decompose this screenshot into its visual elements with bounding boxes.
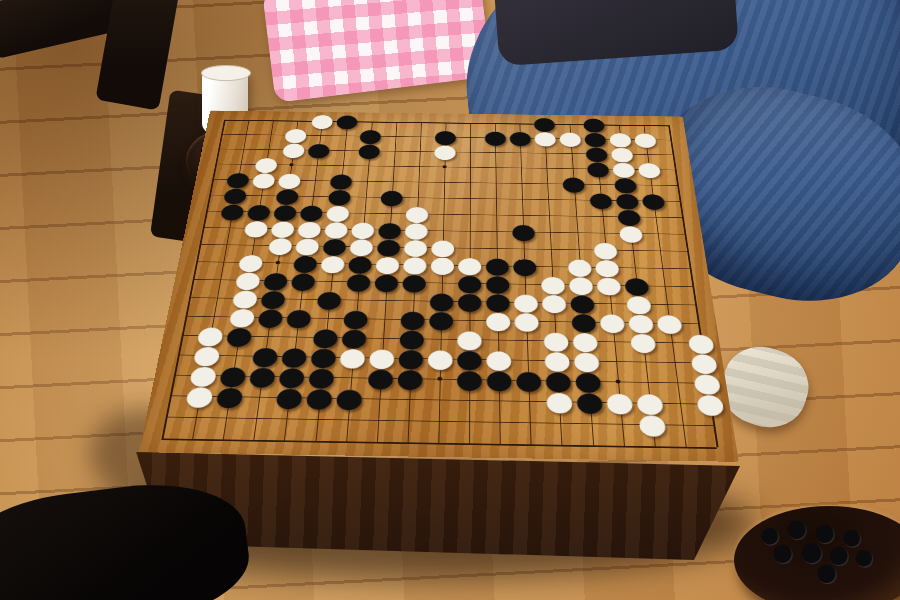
white-stone[interactable]: ● [433,141,457,160]
white-stone[interactable]: ● [694,389,727,416]
black-stone[interactable]: ● [289,268,318,291]
black-stone[interactable]: ● [561,173,587,193]
black-stone[interactable]: ● [379,186,405,206]
black-stone[interactable]: ● [218,200,247,221]
hoshi-star-point [276,261,281,264]
bowl-black-stone: ● [854,546,873,568]
hoshi-star-point [615,380,620,384]
black-stone[interactable]: ● [345,269,373,292]
black-stone[interactable]: ● [306,140,332,159]
photo-scene: ●●●●●● ●●●●●●●●●●●●●●●●●●●●●●●●●●●●●●●●●… [0,0,900,600]
black-stone[interactable]: ● [284,305,314,329]
black-stone[interactable]: ● [274,383,306,410]
black-stone[interactable]: ● [357,140,383,159]
white-stone[interactable]: ● [558,128,583,147]
hoshi-star-point [290,163,294,166]
white-stone[interactable]: ● [533,128,558,147]
bowl-black-stone: ● [816,560,837,584]
black-stone[interactable]: ● [213,382,246,409]
black-stone[interactable]: ● [224,323,255,348]
white-stone[interactable]: ● [429,253,456,275]
white-stone[interactable]: ● [636,159,663,179]
black-stone[interactable]: ● [588,189,615,209]
bowl-black-stone: ● [772,540,793,564]
black-stone[interactable]: ● [640,190,668,211]
black-stone[interactable]: ● [366,364,396,390]
black-stone[interactable]: ● [427,307,455,331]
black-stone[interactable]: ● [304,383,335,410]
black-stone[interactable]: ● [510,220,536,241]
white-stone[interactable]: ● [513,308,541,332]
black-stone[interactable]: ● [255,304,285,328]
goban-surface[interactable]: ●●●●●●●●●●●●●●●●●●●●●●●●●●●●●●●●●●●●●●●●… [139,111,739,462]
black-stone[interactable]: ● [334,111,359,129]
white-stone[interactable]: ● [484,308,512,332]
black-stone[interactable]: ● [511,254,538,277]
white-stone[interactable]: ● [594,273,623,296]
black-stone[interactable]: ● [400,270,427,293]
white-stone[interactable]: ● [266,234,295,256]
white-stone[interactable]: ● [628,329,658,354]
black-stone[interactable]: ● [485,366,514,392]
white-stone[interactable]: ● [319,251,347,273]
black-stone[interactable]: ● [455,365,483,391]
white-stone[interactable]: ● [310,111,336,129]
white-stone[interactable]: ● [598,309,627,333]
white-stone[interactable]: ● [654,310,684,334]
black-stone[interactable]: ● [574,387,605,414]
black-stone[interactable]: ● [483,128,507,147]
white-stone[interactable]: ● [281,139,308,158]
white-stone[interactable]: ● [636,409,668,437]
go-grid[interactable]: ●●●●●●●●●●●●●●●●●●●●●●●●●●●●●●●●●●●●●●●●… [162,120,717,448]
black-stone[interactable]: ● [514,366,543,392]
black-stone[interactable]: ● [373,270,401,293]
black-stone[interactable]: ● [315,287,344,311]
black-stone[interactable]: ● [247,362,279,388]
black-stone[interactable]: ● [395,364,424,390]
goban: ●●●●●●●●●●●●●●●●●●●●●●●●●●●●●●●●●●●●●●●●… [139,111,739,462]
hoshi-star-point [443,165,447,168]
white-stone[interactable]: ● [617,222,645,243]
black-stone[interactable]: ● [456,289,483,313]
hoshi-star-point [437,377,442,381]
white-stone[interactable]: ● [183,382,216,409]
black-stone[interactable]: ● [585,158,611,178]
white-stone[interactable]: ● [544,387,574,414]
white-stone[interactable]: ● [338,344,368,369]
white-stone[interactable]: ● [632,129,658,148]
white-stone[interactable]: ● [540,290,568,314]
white-stone[interactable]: ● [242,217,271,238]
white-stone[interactable]: ● [604,388,635,415]
black-stone[interactable]: ● [334,384,365,411]
black-stone[interactable]: ● [508,128,532,147]
white-stone[interactable]: ● [426,345,454,371]
white-stone[interactable]: ● [250,169,278,189]
